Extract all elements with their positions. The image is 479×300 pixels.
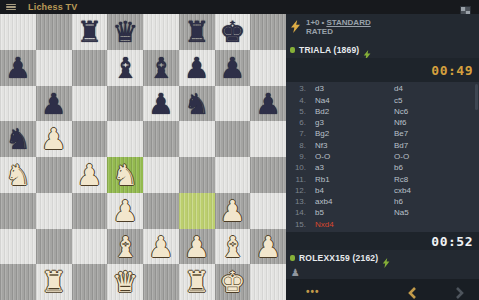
square-f6[interactable]: ♞ — [179, 86, 215, 122]
online-icon — [290, 255, 295, 261]
piece-black-pawn: ♟ — [143, 86, 179, 122]
replay-controls: ••• — [286, 279, 479, 300]
square-g3[interactable]: ♟ — [215, 193, 251, 229]
square-d4[interactable]: ♞ — [107, 157, 143, 193]
square-b8[interactable] — [36, 14, 72, 50]
square-e5[interactable] — [143, 121, 179, 157]
top-app-bar: Lichess TV — [0, 0, 479, 14]
square-c7[interactable] — [72, 50, 108, 86]
move-number: 5. — [286, 107, 306, 117]
clock-strip-bottom: 00:52 — [286, 232, 479, 250]
square-e6[interactable]: ♟ — [143, 86, 179, 122]
piece-black-bishop: ♝ — [143, 50, 179, 86]
game-meta: 1+0•STANDARD RATED — [306, 18, 371, 42]
move-white[interactable]: O-O — [306, 152, 385, 162]
scrollbar-thumb[interactable] — [475, 84, 478, 110]
move-white[interactable]: b4 — [306, 186, 385, 196]
move-row: 14.b5Na5 — [286, 208, 479, 218]
piece-black-king: ♚ — [215, 14, 251, 50]
square-g1[interactable]: ♚ — [215, 264, 251, 300]
square-e7[interactable]: ♝ — [143, 50, 179, 86]
piece-white-pawn: ♟ — [143, 229, 179, 265]
move-white[interactable]: a3 — [306, 163, 385, 173]
game-panel: 1+0•STANDARD RATED TRIALA (1869) 00:49 3… — [286, 14, 479, 300]
blitz-flash-icon — [363, 46, 371, 55]
square-a5[interactable]: ♞ — [0, 121, 36, 157]
square-c1[interactable] — [72, 264, 108, 300]
piece-white-knight: ♞ — [0, 157, 36, 193]
square-h3[interactable] — [250, 193, 286, 229]
clock-top: 00:49 — [431, 63, 473, 78]
square-h4[interactable] — [250, 157, 286, 193]
move-number: 13. — [286, 197, 306, 207]
square-f3[interactable] — [179, 193, 215, 229]
square-h1[interactable] — [250, 264, 286, 300]
piece-black-pawn: ♟ — [179, 50, 215, 86]
square-f1[interactable]: ♜ — [179, 264, 215, 300]
move-black[interactable]: d4 — [385, 84, 479, 94]
piece-white-rook: ♜ — [179, 264, 215, 300]
move-row: 13.axb4h6 — [286, 197, 479, 207]
move-row: 3.d3d4 — [286, 84, 479, 94]
move-number: 12. — [286, 186, 306, 196]
square-d7[interactable]: ♝ — [107, 50, 143, 86]
square-f8[interactable]: ♜ — [179, 14, 215, 50]
square-b3[interactable] — [36, 193, 72, 229]
square-a7[interactable]: ♟ — [0, 50, 36, 86]
move-row: 11.Rb1Rc8 — [286, 175, 479, 185]
square-g8[interactable]: ♚ — [215, 14, 251, 50]
piece-black-pawn: ♟ — [215, 50, 251, 86]
move-number: 4. — [286, 96, 306, 106]
blitz-flash-icon — [382, 254, 390, 263]
move-row: 4.Na4c5 — [286, 96, 479, 106]
move-white[interactable]: Rb1 — [306, 175, 385, 185]
square-b1[interactable]: ♜ — [36, 264, 72, 300]
piece-white-queen: ♛ — [107, 264, 143, 300]
move-black[interactable]: Rc8 — [385, 175, 479, 185]
square-h8[interactable] — [250, 14, 286, 50]
move-black[interactable]: Na5 — [385, 208, 479, 218]
square-a6[interactable] — [0, 86, 36, 122]
move-black[interactable]: h6 — [385, 197, 479, 207]
square-h7[interactable] — [250, 50, 286, 86]
square-c6[interactable] — [72, 86, 108, 122]
captured-pawn-icon: ♟ — [291, 267, 300, 279]
square-g6[interactable] — [215, 86, 251, 122]
square-c5[interactable] — [72, 121, 108, 157]
square-h6[interactable]: ♟ — [250, 86, 286, 122]
move-white[interactable]: Bg2 — [306, 129, 385, 139]
player-top-name: TRIALA (1869) — [299, 45, 359, 55]
move-number: 7. — [286, 129, 306, 139]
move-black[interactable]: Nc6 — [385, 107, 479, 117]
move-number: 14. — [286, 208, 306, 218]
lichess-tv-screen: Lichess TV ♜♛♜♚♟♝♝♟♟♟♟♞♟♞♟♞♟♞♟♟♝♟♟♝♟♜♛♜♚… — [0, 0, 479, 300]
move-row: 15.Nxd4 — [286, 220, 479, 230]
move-black[interactable]: Bd7 — [385, 141, 479, 151]
square-e3[interactable] — [143, 193, 179, 229]
square-b7[interactable] — [36, 50, 72, 86]
move-number: 3. — [286, 84, 306, 94]
move-white[interactable]: Nf3 — [306, 141, 385, 151]
move-list: 3.d3d44.Na4c55.Bd2Nc66.g3Nf67.Bg2Be78.Nf… — [286, 82, 479, 232]
piece-black-knight: ♞ — [0, 121, 36, 157]
square-f7[interactable]: ♟ — [179, 50, 215, 86]
piece-white-bishop: ♝ — [215, 229, 251, 265]
piece-black-rook: ♜ — [72, 14, 108, 50]
move-white[interactable]: axb4 — [306, 197, 385, 207]
square-d1[interactable]: ♛ — [107, 264, 143, 300]
piece-white-bishop: ♝ — [107, 229, 143, 265]
square-h2[interactable]: ♟ — [250, 229, 286, 265]
square-b5[interactable]: ♟ — [36, 121, 72, 157]
piece-white-pawn: ♟ — [72, 157, 108, 193]
move-number: 15. — [286, 220, 306, 230]
square-e1[interactable] — [143, 264, 179, 300]
player-bottom-name: ROLEXX159 (2162) — [299, 253, 378, 263]
move-number: 6. — [286, 118, 306, 128]
square-e8[interactable] — [143, 14, 179, 50]
piece-white-pawn: ♟ — [215, 193, 251, 229]
square-c8[interactable]: ♜ — [72, 14, 108, 50]
square-b6[interactable]: ♟ — [36, 86, 72, 122]
move-number: 11. — [286, 175, 306, 185]
move-row: 12.b4cxb4 — [286, 186, 479, 196]
time-control: 1+0 — [306, 18, 320, 27]
tv-channels-icon[interactable] — [460, 2, 471, 12]
move-number: 8. — [286, 141, 306, 151]
square-b2[interactable] — [36, 229, 72, 265]
clock-bottom: 00:52 — [431, 234, 473, 249]
square-d3[interactable]: ♟ — [107, 193, 143, 229]
move-white[interactable]: g3 — [306, 118, 385, 128]
piece-white-pawn: ♟ — [107, 193, 143, 229]
square-f2[interactable]: ♟ — [179, 229, 215, 265]
move-row: 5.Bd2Nc6 — [286, 107, 479, 117]
piece-black-pawn: ♟ — [36, 86, 72, 122]
piece-black-knight: ♞ — [179, 86, 215, 122]
previous-move-button[interactable] — [407, 285, 417, 297]
piece-black-queen: ♛ — [107, 14, 143, 50]
piece-white-pawn: ♟ — [179, 229, 215, 265]
clock-strip-top: 00:49 — [286, 58, 479, 82]
square-c3[interactable] — [72, 193, 108, 229]
move-row: 8.Nf3Bd7 — [286, 141, 479, 151]
square-d2[interactable]: ♝ — [107, 229, 143, 265]
move-black[interactable] — [385, 220, 479, 230]
move-row: 9.O-OO-O — [286, 152, 479, 162]
move-row: 7.Bg2Be7 — [286, 129, 479, 139]
piece-white-pawn: ♟ — [36, 121, 72, 157]
player-bottom[interactable]: ROLEXX159 (2162) — [286, 250, 479, 266]
captured-pieces: ♟ — [286, 266, 479, 279]
piece-white-king: ♚ — [215, 264, 251, 300]
square-a4[interactable]: ♞ — [0, 157, 36, 193]
move-number: 10. — [286, 163, 306, 173]
square-c2[interactable] — [72, 229, 108, 265]
square-e2[interactable]: ♟ — [143, 229, 179, 265]
square-c4[interactable]: ♟ — [72, 157, 108, 193]
move-white[interactable]: Nxd4 — [306, 220, 385, 230]
move-black[interactable]: Be7 — [385, 129, 479, 139]
more-options-button[interactable]: ••• — [306, 286, 320, 297]
square-g5[interactable] — [215, 121, 251, 157]
game-header: 1+0•STANDARD RATED — [286, 14, 479, 42]
move-row: 6.g3Nf6 — [286, 118, 479, 128]
player-top[interactable]: TRIALA (1869) — [286, 42, 479, 58]
square-g4[interactable] — [215, 157, 251, 193]
piece-black-rook: ♜ — [179, 14, 215, 50]
rated-label: RATED — [306, 27, 333, 36]
move-black[interactable]: cxb4 — [385, 186, 479, 196]
piece-white-pawn: ♟ — [250, 229, 286, 265]
square-g2[interactable]: ♝ — [215, 229, 251, 265]
move-white[interactable]: b5 — [306, 208, 385, 218]
move-white[interactable]: Bd2 — [306, 107, 385, 117]
bullet-lightning-icon — [290, 19, 302, 42]
piece-black-pawn: ♟ — [0, 50, 36, 86]
chess-board: ♜♛♜♚♟♝♝♟♟♟♟♞♟♞♟♞♟♞♟♟♝♟♟♝♟♜♛♜♚ — [0, 14, 286, 300]
square-f5[interactable] — [179, 121, 215, 157]
square-a1[interactable] — [0, 264, 36, 300]
move-black[interactable]: b6 — [385, 163, 479, 173]
move-white[interactable]: d3 — [306, 84, 385, 94]
square-b4[interactable] — [36, 157, 72, 193]
square-a2[interactable] — [0, 229, 36, 265]
move-black[interactable]: Nf6 — [385, 118, 479, 128]
move-black[interactable]: O-O — [385, 152, 479, 162]
online-icon — [290, 47, 295, 53]
square-d8[interactable]: ♛ — [107, 14, 143, 50]
piece-black-bishop: ♝ — [107, 50, 143, 86]
piece-white-rook: ♜ — [36, 264, 72, 300]
menu-icon[interactable] — [6, 4, 16, 11]
square-a8[interactable] — [0, 14, 36, 50]
variant-link[interactable]: STANDARD — [326, 18, 370, 27]
move-row: 10.a3b6 — [286, 163, 479, 173]
square-g7[interactable]: ♟ — [215, 50, 251, 86]
square-d5[interactable] — [107, 121, 143, 157]
move-black[interactable]: c5 — [385, 96, 479, 106]
square-e4[interactable] — [143, 157, 179, 193]
move-number: 9. — [286, 152, 306, 162]
move-white[interactable]: Na4 — [306, 96, 385, 106]
piece-white-knight: ♞ — [107, 157, 143, 193]
next-move-button[interactable] — [455, 285, 465, 297]
page-title: Lichess TV — [28, 2, 78, 12]
piece-black-pawn: ♟ — [250, 86, 286, 122]
square-a3[interactable] — [0, 193, 36, 229]
square-d6[interactable] — [107, 86, 143, 122]
square-h5[interactable] — [250, 121, 286, 157]
square-f4[interactable] — [179, 157, 215, 193]
